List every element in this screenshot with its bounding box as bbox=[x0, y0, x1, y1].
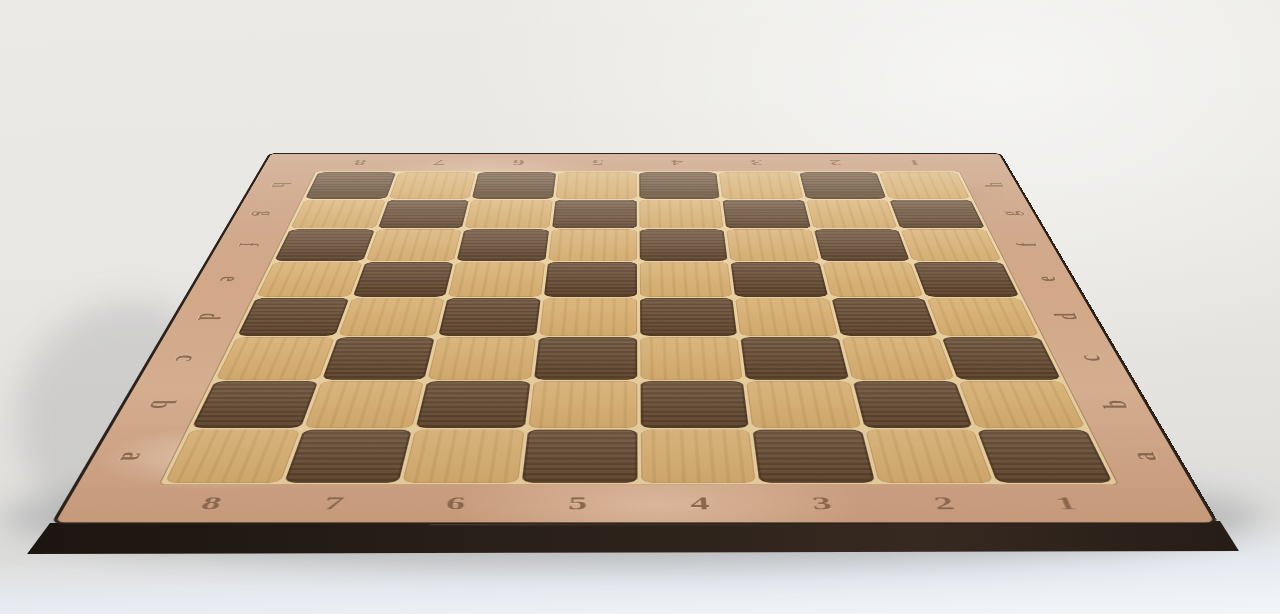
coordinate-label: 7 bbox=[266, 485, 400, 523]
coordinate-label: d bbox=[153, 305, 265, 329]
coordinate-label: 6 bbox=[390, 485, 519, 523]
coordinate-label: 6 bbox=[477, 155, 559, 170]
square-g6 bbox=[465, 200, 553, 229]
square-f6 bbox=[457, 229, 549, 261]
square-e4 bbox=[639, 262, 732, 297]
square-b5 bbox=[528, 381, 637, 428]
square-a7 bbox=[284, 430, 412, 483]
square-c4 bbox=[640, 337, 743, 379]
square-g2 bbox=[806, 200, 898, 229]
square-f3 bbox=[726, 229, 819, 261]
square-b4 bbox=[640, 381, 749, 428]
coordinate-label: h bbox=[235, 177, 326, 194]
square-c5 bbox=[534, 337, 637, 379]
coordinate-label: 5 bbox=[557, 155, 637, 170]
coordinate-label: 3 bbox=[716, 155, 798, 170]
coordinate-label: e bbox=[177, 268, 283, 290]
square-e6 bbox=[448, 262, 545, 297]
coordinate-label: a bbox=[66, 440, 200, 473]
square-h4 bbox=[639, 172, 720, 198]
coordinate-label: 3 bbox=[758, 485, 887, 523]
square-d7 bbox=[338, 298, 445, 336]
square-f4 bbox=[639, 229, 728, 261]
square-g3 bbox=[722, 200, 810, 229]
square-d3 bbox=[735, 298, 837, 336]
coordinate-label: f bbox=[977, 235, 1077, 255]
rank-labels-far: 87654321 bbox=[317, 155, 959, 170]
coordinate-label: d bbox=[1011, 305, 1123, 329]
square-a6 bbox=[403, 430, 525, 483]
square-f2 bbox=[814, 229, 910, 261]
chessboard-top-surface: 87654321 87654321 hgfedcba hgfedcba bbox=[50, 153, 1219, 524]
coordinate-label: 7 bbox=[397, 155, 481, 170]
coordinate-label: h bbox=[949, 177, 1040, 194]
square-a5 bbox=[522, 430, 637, 483]
square-b7 bbox=[304, 381, 424, 428]
square-e3 bbox=[731, 262, 828, 297]
square-e7 bbox=[352, 262, 453, 297]
square-h6 bbox=[472, 172, 556, 198]
coordinate-label: e bbox=[993, 268, 1099, 290]
coordinate-label: 8 bbox=[141, 485, 280, 523]
square-h2 bbox=[799, 172, 887, 198]
square-b6 bbox=[416, 381, 530, 428]
square-g5 bbox=[552, 200, 636, 229]
coordinate-label: 2 bbox=[878, 485, 1012, 523]
square-h7 bbox=[389, 172, 476, 198]
coordinate-label: g bbox=[217, 205, 312, 223]
square-g4 bbox=[639, 200, 724, 229]
square-a3 bbox=[753, 430, 875, 483]
coordinate-label: 5 bbox=[514, 485, 638, 523]
square-a4 bbox=[640, 430, 756, 483]
square-c2 bbox=[841, 337, 955, 379]
coordinate-label: a bbox=[1077, 440, 1211, 473]
square-h5 bbox=[555, 172, 636, 198]
square-e5 bbox=[544, 262, 637, 297]
coordinate-label: b bbox=[98, 390, 224, 420]
coordinate-label: g bbox=[962, 205, 1058, 223]
square-c3 bbox=[741, 337, 849, 379]
coordinate-label: 4 bbox=[637, 155, 717, 170]
square-b3 bbox=[746, 381, 861, 428]
coordinate-label: 2 bbox=[794, 155, 878, 170]
square-c7 bbox=[322, 337, 435, 379]
coordinate-label: b bbox=[1053, 390, 1179, 420]
square-b2 bbox=[853, 381, 974, 428]
square-h3 bbox=[719, 172, 803, 198]
square-c6 bbox=[428, 337, 536, 379]
square-d2 bbox=[831, 298, 938, 336]
coordinate-label: 1 bbox=[998, 485, 1137, 523]
coordinate-label: 8 bbox=[317, 155, 403, 170]
photo-scene: 87654321 87654321 hgfedcba hgfedcba bbox=[0, 0, 1280, 614]
coordinate-label: f bbox=[198, 235, 298, 255]
square-d5 bbox=[539, 298, 636, 336]
square-a2 bbox=[865, 430, 994, 483]
square-d6 bbox=[438, 298, 540, 336]
coordinate-label: 1 bbox=[872, 155, 958, 170]
square-g7 bbox=[378, 200, 470, 229]
square-f7 bbox=[366, 229, 462, 261]
coordinate-label: 4 bbox=[639, 485, 764, 523]
square-f5 bbox=[548, 229, 636, 261]
rank-labels-near: 87654321 bbox=[141, 485, 1137, 523]
coordinate-label: c bbox=[127, 345, 245, 372]
square-d4 bbox=[640, 298, 738, 336]
coordinate-label: c bbox=[1031, 345, 1149, 372]
square-e2 bbox=[822, 262, 924, 297]
